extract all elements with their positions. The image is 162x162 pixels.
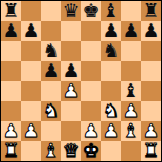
- square-f2[interactable]: ♟: [101, 121, 121, 141]
- square-b8[interactable]: [21, 1, 41, 21]
- square-d2[interactable]: [61, 121, 81, 141]
- square-f4[interactable]: [101, 81, 121, 101]
- square-g3[interactable]: ♟: [121, 101, 141, 121]
- square-c3[interactable]: ♞: [41, 101, 61, 121]
- piece-black-pawn[interactable]: ♟: [142, 21, 159, 40]
- piece-white-bishop[interactable]: ♝: [42, 141, 59, 160]
- square-d5[interactable]: ♟: [61, 61, 81, 81]
- square-g1[interactable]: [121, 141, 141, 161]
- square-b3[interactable]: [21, 101, 41, 121]
- square-b7[interactable]: ♟: [21, 21, 41, 41]
- piece-white-knight[interactable]: ♞: [102, 101, 119, 120]
- square-d3[interactable]: [61, 101, 81, 121]
- square-a1[interactable]: ♜: [1, 141, 21, 161]
- piece-black-rook[interactable]: ♜: [142, 1, 159, 20]
- square-d1[interactable]: ♛: [61, 141, 81, 161]
- square-b2[interactable]: ♟: [21, 121, 41, 141]
- square-a8[interactable]: ♜: [1, 1, 21, 21]
- piece-black-pawn[interactable]: ♟: [22, 21, 39, 40]
- piece-white-king[interactable]: ♚: [82, 141, 99, 160]
- piece-white-pawn[interactable]: ♟: [122, 101, 139, 120]
- piece-white-pawn[interactable]: ♟: [62, 81, 79, 100]
- square-d6[interactable]: [61, 41, 81, 61]
- square-e4[interactable]: [81, 81, 101, 101]
- square-c5[interactable]: ♟: [41, 61, 61, 81]
- square-f8[interactable]: ♝: [101, 1, 121, 21]
- piece-black-pawn[interactable]: ♟: [122, 21, 139, 40]
- piece-white-rook[interactable]: ♜: [142, 141, 159, 160]
- square-f1[interactable]: [101, 141, 121, 161]
- square-g2[interactable]: ♝: [121, 121, 141, 141]
- square-e1[interactable]: ♚: [81, 141, 101, 161]
- square-e8[interactable]: ♚: [81, 1, 101, 21]
- piece-black-pawn[interactable]: ♟: [2, 21, 19, 40]
- square-g8[interactable]: [121, 1, 141, 21]
- piece-white-pawn[interactable]: ♟: [2, 121, 19, 140]
- square-b5[interactable]: [21, 61, 41, 81]
- square-g4[interactable]: ♝: [121, 81, 141, 101]
- square-b4[interactable]: [21, 81, 41, 101]
- piece-white-bishop[interactable]: ♝: [122, 121, 139, 140]
- square-h3[interactable]: [141, 101, 161, 121]
- piece-black-bishop[interactable]: ♝: [122, 81, 139, 100]
- piece-black-rook[interactable]: ♜: [2, 1, 19, 20]
- square-f6[interactable]: ♞: [101, 41, 121, 61]
- piece-black-knight[interactable]: ♞: [42, 41, 59, 60]
- square-f7[interactable]: ♟: [101, 21, 121, 41]
- square-h5[interactable]: [141, 61, 161, 81]
- piece-black-pawn[interactable]: ♟: [42, 61, 59, 80]
- square-h8[interactable]: ♜: [141, 1, 161, 21]
- square-a2[interactable]: ♟: [1, 121, 21, 141]
- square-c2[interactable]: [41, 121, 61, 141]
- piece-black-knight[interactable]: ♞: [102, 41, 119, 60]
- square-e5[interactable]: [81, 61, 101, 81]
- chess-board: ♜♛♚♝♜♟♟♟♟♟♞♞♟♟♟♝♞♞♟♟♟♟♟♝♟♜♝♛♚♜: [0, 0, 162, 162]
- square-h4[interactable]: [141, 81, 161, 101]
- piece-white-pawn[interactable]: ♟: [142, 121, 159, 140]
- square-d4[interactable]: ♟: [61, 81, 81, 101]
- square-e2[interactable]: ♟: [81, 121, 101, 141]
- square-b6[interactable]: [21, 41, 41, 61]
- piece-black-bishop[interactable]: ♝: [102, 1, 119, 20]
- square-g6[interactable]: [121, 41, 141, 61]
- square-a4[interactable]: [1, 81, 21, 101]
- square-h2[interactable]: ♟: [141, 121, 161, 141]
- square-h7[interactable]: ♟: [141, 21, 161, 41]
- square-d7[interactable]: [61, 21, 81, 41]
- piece-white-pawn[interactable]: ♟: [22, 121, 39, 140]
- piece-black-king[interactable]: ♚: [82, 1, 99, 20]
- square-c8[interactable]: [41, 1, 61, 21]
- piece-white-pawn[interactable]: ♟: [82, 121, 99, 140]
- square-a6[interactable]: [1, 41, 21, 61]
- square-e7[interactable]: [81, 21, 101, 41]
- piece-white-queen[interactable]: ♛: [62, 141, 79, 160]
- piece-white-knight[interactable]: ♞: [42, 101, 59, 120]
- square-h6[interactable]: [141, 41, 161, 61]
- piece-black-pawn[interactable]: ♟: [62, 61, 79, 80]
- piece-white-pawn[interactable]: ♟: [102, 121, 119, 140]
- square-g7[interactable]: ♟: [121, 21, 141, 41]
- square-f5[interactable]: [101, 61, 121, 81]
- square-c1[interactable]: ♝: [41, 141, 61, 161]
- square-b1[interactable]: [21, 141, 41, 161]
- square-a5[interactable]: [1, 61, 21, 81]
- square-h1[interactable]: ♜: [141, 141, 161, 161]
- piece-black-pawn[interactable]: ♟: [102, 21, 119, 40]
- square-g5[interactable]: [121, 61, 141, 81]
- square-e3[interactable]: [81, 101, 101, 121]
- square-c4[interactable]: [41, 81, 61, 101]
- square-a7[interactable]: ♟: [1, 21, 21, 41]
- square-a3[interactable]: [1, 101, 21, 121]
- square-c6[interactable]: ♞: [41, 41, 61, 61]
- square-d8[interactable]: ♛: [61, 1, 81, 21]
- piece-black-queen[interactable]: ♛: [62, 1, 79, 20]
- square-e6[interactable]: [81, 41, 101, 61]
- square-f3[interactable]: ♞: [101, 101, 121, 121]
- square-c7[interactable]: [41, 21, 61, 41]
- piece-white-rook[interactable]: ♜: [2, 141, 19, 160]
